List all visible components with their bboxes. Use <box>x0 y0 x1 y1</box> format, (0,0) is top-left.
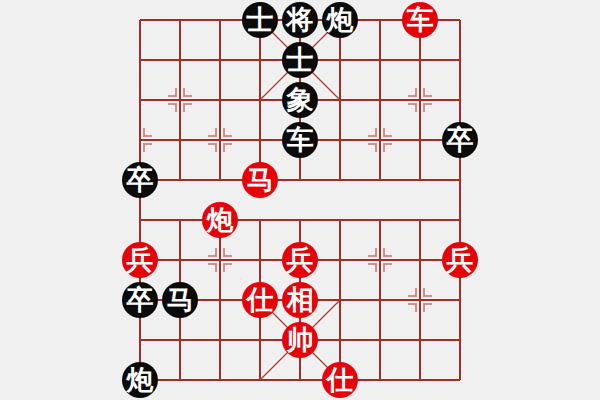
piece-red-general[interactable]: 帅 <box>282 322 318 358</box>
piece-glyph: 马 <box>167 286 194 313</box>
piece-black-soldier[interactable]: 卒 <box>122 162 158 198</box>
piece-glyph: 车 <box>287 126 314 153</box>
piece-glyph: 车 <box>407 6 434 33</box>
piece-black-cannon[interactable]: 炮 <box>322 2 358 38</box>
piece-glyph: 炮 <box>127 366 154 393</box>
piece-black-soldier[interactable]: 卒 <box>122 282 158 318</box>
piece-red-cannon[interactable]: 炮 <box>202 202 238 238</box>
piece-glyph: 马 <box>247 166 274 193</box>
piece-red-elephant[interactable]: 相 <box>282 282 318 318</box>
piece-glyph: 仕 <box>327 366 354 393</box>
app-background: 士将炮车士象车卒卒马炮兵兵兵卒马仕相帅仕炮 <box>0 0 600 400</box>
piece-glyph: 相 <box>287 286 314 313</box>
piece-black-elephant[interactable]: 象 <box>282 82 318 118</box>
piece-red-chariot[interactable]: 车 <box>402 2 438 38</box>
piece-glyph: 象 <box>287 86 314 113</box>
piece-glyph: 帅 <box>287 326 314 353</box>
piece-glyph: 卒 <box>127 166 154 193</box>
piece-black-general[interactable]: 将 <box>282 2 318 38</box>
pieces-layer: 士将炮车士象车卒卒马炮兵兵兵卒马仕相帅仕炮 <box>120 0 480 400</box>
piece-glyph: 炮 <box>207 206 234 233</box>
piece-glyph: 兵 <box>447 246 474 273</box>
piece-black-soldier[interactable]: 卒 <box>442 122 478 158</box>
piece-glyph: 兵 <box>127 246 154 273</box>
piece-red-soldier[interactable]: 兵 <box>122 242 158 278</box>
piece-red-horse[interactable]: 马 <box>242 162 278 198</box>
piece-glyph: 炮 <box>327 6 354 33</box>
piece-red-soldier[interactable]: 兵 <box>442 242 478 278</box>
piece-red-advisor[interactable]: 仕 <box>322 362 358 398</box>
xiangqi-board: 士将炮车士象车卒卒马炮兵兵兵卒马仕相帅仕炮 <box>120 0 480 400</box>
piece-glyph: 卒 <box>127 286 154 313</box>
piece-black-cannon[interactable]: 炮 <box>122 362 158 398</box>
piece-black-horse[interactable]: 马 <box>162 282 198 318</box>
piece-black-advisor[interactable]: 士 <box>242 2 278 38</box>
piece-red-advisor[interactable]: 仕 <box>242 282 278 318</box>
piece-glyph: 士 <box>287 46 314 73</box>
piece-glyph: 卒 <box>447 126 474 153</box>
piece-red-soldier[interactable]: 兵 <box>282 242 318 278</box>
piece-glyph: 将 <box>287 6 314 33</box>
piece-glyph: 士 <box>247 6 274 33</box>
piece-glyph: 仕 <box>247 286 274 313</box>
piece-glyph: 兵 <box>287 246 314 273</box>
piece-black-advisor[interactable]: 士 <box>282 42 318 78</box>
piece-black-chariot[interactable]: 车 <box>282 122 318 158</box>
